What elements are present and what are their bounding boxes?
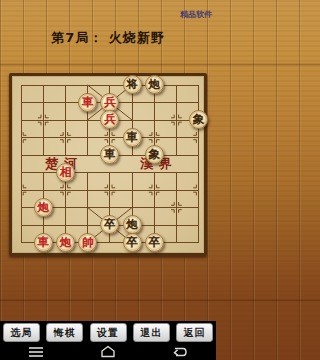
piece-black-cannon[interactable]: 炮 bbox=[145, 75, 164, 94]
menu-button[interactable] bbox=[0, 346, 72, 358]
page-title: 第7局： 火烧新野 bbox=[0, 29, 216, 47]
piece-red-cannon[interactable]: 炮 bbox=[56, 233, 75, 252]
xiangqi-app-screen: { "game": "xiangqi", "header": { "title"… bbox=[0, 0, 216, 360]
android-nav-bar bbox=[0, 343, 216, 360]
piece-red-cannon[interactable]: 炮 bbox=[34, 198, 53, 217]
back-button[interactable] bbox=[144, 346, 216, 358]
piece-black-elephant[interactable]: 象 bbox=[145, 145, 164, 164]
toolbar-button-1[interactable]: 选局 bbox=[3, 323, 40, 342]
home-button[interactable] bbox=[72, 345, 144, 358]
piece-black-elephant[interactable]: 象 bbox=[189, 110, 208, 129]
home-icon bbox=[100, 345, 116, 358]
piece-black-soldier[interactable]: 卒 bbox=[100, 215, 119, 234]
piece-red-soldier[interactable]: 兵 bbox=[100, 93, 119, 112]
toolbar-button-4[interactable]: 退出 bbox=[133, 323, 170, 342]
piece-red-chariot[interactable]: 車 bbox=[34, 233, 53, 252]
piece-red-chariot[interactable]: 車 bbox=[78, 93, 97, 112]
toolbar-button-2[interactable]: 悔棋 bbox=[46, 323, 83, 342]
piece-black-general[interactable]: 将 bbox=[123, 75, 142, 94]
piece-red-general[interactable]: 帥 bbox=[78, 233, 97, 252]
toolbar-button-3[interactable]: 设置 bbox=[90, 323, 127, 342]
bottom-panel: 选局悔棋设置退出返回 bbox=[0, 321, 216, 360]
toolbar: 选局悔棋设置退出返回 bbox=[0, 323, 216, 343]
piece-black-soldier[interactable]: 卒 bbox=[145, 233, 164, 252]
back-icon bbox=[172, 346, 188, 358]
piece-black-soldier[interactable]: 卒 bbox=[123, 233, 142, 252]
menu-icon bbox=[28, 346, 44, 358]
piece-black-chariot[interactable]: 車 bbox=[123, 128, 142, 147]
piece-red-soldier[interactable]: 兵 bbox=[100, 110, 119, 129]
piece-red-elephant[interactable]: 相 bbox=[56, 163, 75, 182]
piece-black-chariot[interactable]: 車 bbox=[100, 145, 119, 164]
toolbar-button-5[interactable]: 返回 bbox=[176, 323, 213, 342]
piece-grid: 将炮車兵兵象車車象相炮卒炮車炮帥卒卒 bbox=[10, 76, 210, 251]
xiangqi-board[interactable]: 楚河 漢界 将炮車兵兵象車車象相炮卒炮車炮帥卒卒 bbox=[9, 73, 207, 256]
watermark: 精品软件 bbox=[180, 9, 212, 20]
piece-black-cannon[interactable]: 炮 bbox=[123, 215, 142, 234]
